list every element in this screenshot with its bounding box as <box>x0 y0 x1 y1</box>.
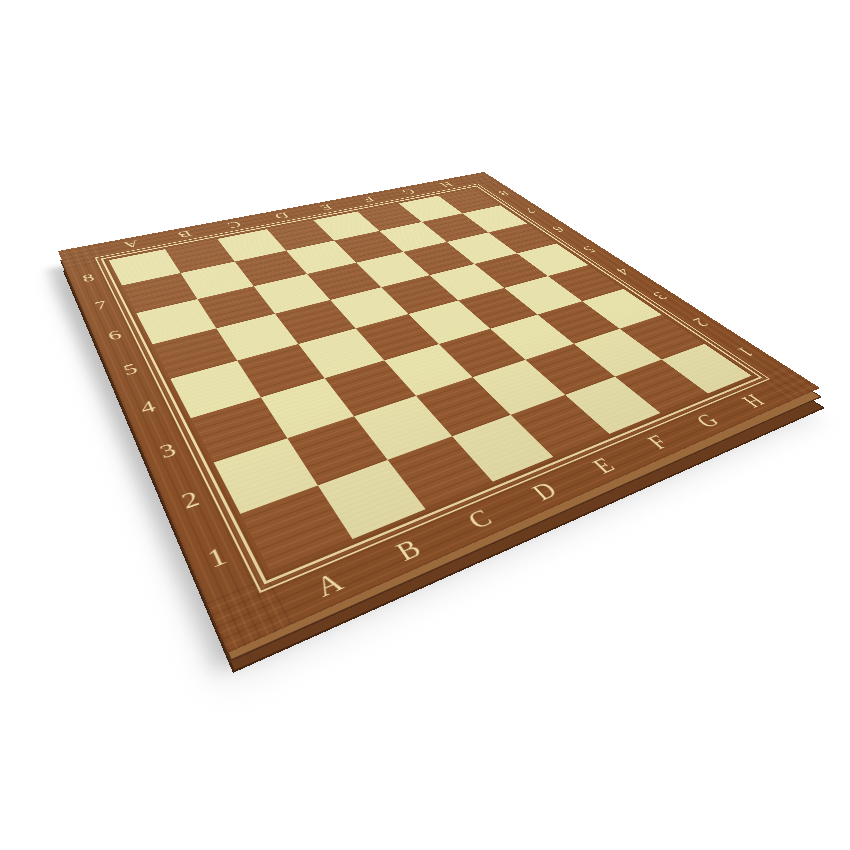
product-photo: AABBCCDDEEFFGGHH1122334455667788 <box>0 0 850 850</box>
